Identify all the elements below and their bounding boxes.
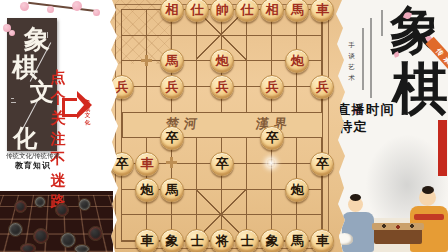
piece-black-車[interactable]: 車	[310, 229, 334, 252]
river-band	[122, 113, 323, 138]
live-time-label: 直播时间	[337, 101, 395, 119]
piece-black-炮[interactable]: 炮	[285, 178, 309, 202]
piece-black-馬[interactable]: 馬	[285, 229, 309, 252]
piece-red-車[interactable]: 車	[135, 152, 159, 176]
art-vertical-text: 手谈艺术	[347, 40, 356, 84]
photo-piece	[88, 226, 103, 241]
photo-piece	[34, 196, 46, 208]
photo-piece	[78, 198, 91, 211]
piece-black-士[interactable]: 士	[185, 229, 209, 252]
piece-red-兵[interactable]: 兵	[160, 75, 184, 99]
butterfly-icon	[9, 30, 15, 36]
poster-dash-decor	[11, 102, 16, 103]
photo-piece	[20, 243, 36, 252]
live-time-value: 待定	[339, 118, 368, 136]
poster-dash-decor	[11, 98, 14, 99]
poster-char-4: 化	[13, 122, 37, 154]
board-point-marker	[141, 55, 152, 66]
kid-scarf	[414, 214, 444, 220]
tiny-text-column-decor	[381, 10, 383, 36]
right-promo-panel: 象 棋 手谈艺术 传承 直播时间 待定	[334, 0, 448, 252]
subtitle-line2: 教育知识	[2, 160, 64, 171]
red-banner-decor	[438, 120, 447, 176]
arrow-right-icon	[77, 97, 84, 113]
blossom-icon	[20, 2, 29, 11]
blossom-icon	[72, 1, 82, 11]
follow-cta-text: 点个关注不迷路	[49, 67, 67, 211]
photo-piece	[14, 200, 27, 213]
branch-decor	[28, 2, 98, 12]
piece-black-車[interactable]: 車	[135, 229, 159, 252]
piece-black-士[interactable]: 士	[235, 229, 259, 252]
calligraphy-char-2: 棋	[392, 60, 448, 116]
piece-black-象[interactable]: 象	[260, 229, 284, 252]
arrow-right-icon	[62, 98, 77, 117]
photo-piece	[74, 244, 90, 252]
kid-hair-right	[422, 186, 434, 194]
piece-black-将[interactable]: 将	[210, 229, 234, 252]
blossom-icon	[47, 6, 54, 13]
photo-piece	[60, 232, 76, 248]
blossom-icon	[93, 9, 100, 16]
piece-black-馬[interactable]: 馬	[160, 178, 184, 202]
kid-hair-left	[350, 194, 361, 201]
piece-black-象[interactable]: 象	[160, 229, 184, 252]
tiny-text-column-decor	[370, 18, 372, 98]
photo-piece	[8, 222, 23, 237]
board-point-marker	[166, 157, 177, 168]
game-table-top	[372, 223, 424, 230]
photo-piece	[55, 203, 69, 217]
kid-figure-left	[342, 212, 374, 252]
left-promo-panel: 象 棋 文 化 点个关注不迷路 象棋文化 传统文化/传统传承 教育知识	[0, 0, 119, 252]
piece-black-炮[interactable]: 炮	[135, 178, 159, 202]
xiangqi-board-grid[interactable]	[121, 9, 323, 242]
tiny-text-column-decor	[362, 28, 364, 90]
thumbnail: 楚河 漢界 相仕帥仕相馬車馬炮炮兵兵兵兵兵車卒卒卒卒卒炮馬炮車象士将士象馬車 象…	[0, 0, 448, 252]
photo-piece	[33, 228, 49, 244]
poster-dash-decor	[47, 32, 48, 38]
